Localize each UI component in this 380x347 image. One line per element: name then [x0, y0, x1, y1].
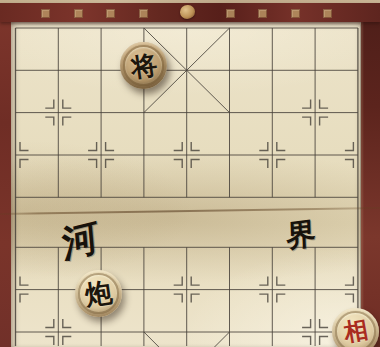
piece-character: 相: [342, 317, 370, 345]
xiangqi-board[interactable]: 河 界: [10, 22, 362, 347]
board-grid: [10, 22, 362, 347]
frame-inscription-mark: [106, 9, 115, 18]
piece-black-cannon[interactable]: 炮: [75, 270, 122, 317]
board-frame-top: [0, 3, 380, 22]
frame-emblem-icon: [180, 5, 195, 19]
xiangqi-board-photo: 河 界 将炮相: [0, 0, 380, 347]
board-frame-left: [0, 3, 11, 347]
frame-inscription-mark: [291, 9, 300, 18]
frame-inscription-mark: [258, 9, 267, 18]
piece-character: 将: [129, 51, 158, 80]
piece-character: 炮: [83, 278, 113, 308]
river-left-calligraphy: 河: [60, 211, 100, 270]
frame-inscription-mark: [41, 9, 50, 18]
board-frame-right: [361, 3, 380, 347]
frame-inscription-mark: [139, 9, 148, 18]
frame-inscription-mark: [74, 9, 83, 18]
river-right-calligraphy: 界: [285, 213, 316, 258]
frame-inscription-mark: [323, 9, 332, 18]
frame-inscription-mark: [226, 9, 235, 18]
